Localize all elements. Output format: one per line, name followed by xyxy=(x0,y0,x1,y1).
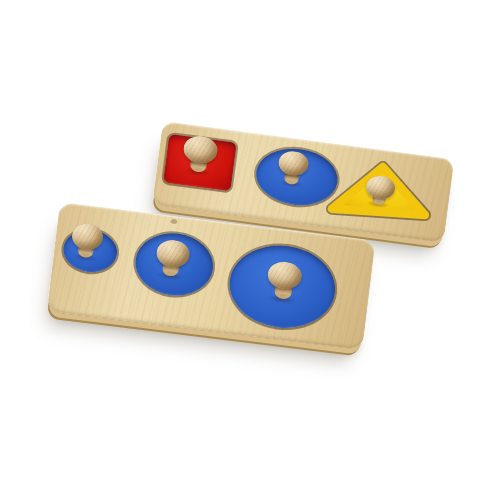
wood-knot xyxy=(170,219,178,225)
studio-background xyxy=(0,0,480,480)
